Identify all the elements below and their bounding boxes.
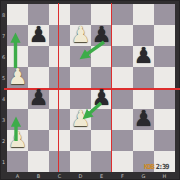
- square-e1[interactable]: [91, 151, 112, 172]
- square-f1[interactable]: [112, 151, 133, 172]
- file-label-e: E: [91, 172, 112, 180]
- file-label-c: C: [49, 172, 70, 180]
- watermark-left: KDB: [144, 163, 154, 171]
- square-e6[interactable]: [91, 46, 112, 67]
- rank-label-6: 6: [0, 53, 7, 61]
- square-c7[interactable]: [49, 25, 70, 46]
- square-f3[interactable]: [112, 109, 133, 130]
- file-label-a: A: [7, 172, 28, 180]
- square-c6[interactable]: [49, 46, 70, 67]
- watermark-right: 2:39: [156, 163, 169, 171]
- square-c4[interactable]: [49, 88, 70, 109]
- white-pawn-a5-icon[interactable]: ♟: [7, 67, 28, 88]
- square-b6[interactable]: [28, 46, 49, 67]
- rank-label-7: 7: [0, 32, 7, 40]
- chess-diagram: 87654321ABCDEFGH ♟♟♟♟♟♟♟♟♟♟ KDB2:39: [0, 0, 180, 180]
- file-label-d: D: [70, 172, 91, 180]
- white-pawn-a2-icon[interactable]: ♟: [7, 130, 28, 151]
- square-a1[interactable]: [7, 151, 28, 172]
- square-a7[interactable]: [7, 25, 28, 46]
- file-label-f: F: [112, 172, 133, 180]
- square-d1[interactable]: [70, 151, 91, 172]
- file-label-g: G: [133, 172, 154, 180]
- rank-label-4: 4: [0, 95, 7, 103]
- square-b3[interactable]: [28, 109, 49, 130]
- rank-label-3: 3: [0, 116, 7, 124]
- rank-label-2: 2: [0, 137, 7, 145]
- black-pawn-g3-icon[interactable]: ♟: [133, 109, 154, 130]
- square-g8[interactable]: [133, 4, 154, 25]
- file-label-b: B: [28, 172, 49, 180]
- square-f8[interactable]: [112, 4, 133, 25]
- square-c5[interactable]: [49, 67, 70, 88]
- white-pawn-d3-icon[interactable]: ♟: [70, 109, 91, 130]
- square-f2[interactable]: [112, 130, 133, 151]
- square-e3[interactable]: [91, 109, 112, 130]
- square-c1[interactable]: [49, 151, 70, 172]
- square-f5[interactable]: [112, 67, 133, 88]
- black-pawn-e7-icon[interactable]: ♟: [91, 25, 112, 46]
- square-d5[interactable]: [70, 67, 91, 88]
- square-f4[interactable]: [112, 88, 133, 109]
- square-c8[interactable]: [49, 4, 70, 25]
- square-f6[interactable]: [112, 46, 133, 67]
- rank-label-1: 1: [0, 158, 7, 166]
- watermark: KDB2:39: [144, 163, 169, 171]
- square-h4[interactable]: [154, 88, 175, 109]
- square-a8[interactable]: [7, 4, 28, 25]
- square-h3[interactable]: [154, 109, 175, 130]
- square-g5[interactable]: [133, 67, 154, 88]
- rank-label-8: 8: [0, 11, 7, 19]
- black-pawn-g6-icon[interactable]: ♟: [133, 46, 154, 67]
- square-h2[interactable]: [154, 130, 175, 151]
- square-c2[interactable]: [49, 130, 70, 151]
- white-pawn-d7-icon[interactable]: ♟: [70, 25, 91, 46]
- square-b1[interactable]: [28, 151, 49, 172]
- square-d2[interactable]: [70, 130, 91, 151]
- square-h7[interactable]: [154, 25, 175, 46]
- square-a4[interactable]: [7, 88, 28, 109]
- square-h6[interactable]: [154, 46, 175, 67]
- square-b2[interactable]: [28, 130, 49, 151]
- black-pawn-b4-icon[interactable]: ♟: [28, 88, 49, 109]
- square-e2[interactable]: [91, 130, 112, 151]
- black-pawn-b7-icon[interactable]: ♟: [28, 25, 49, 46]
- rank-label-5: 5: [0, 74, 7, 82]
- square-d6[interactable]: [70, 46, 91, 67]
- square-c3[interactable]: [49, 109, 70, 130]
- square-h8[interactable]: [154, 4, 175, 25]
- black-pawn-e4-icon[interactable]: ♟: [91, 88, 112, 109]
- file-label-h: H: [154, 172, 175, 180]
- square-f7[interactable]: [112, 25, 133, 46]
- square-h5[interactable]: [154, 67, 175, 88]
- square-g2[interactable]: [133, 130, 154, 151]
